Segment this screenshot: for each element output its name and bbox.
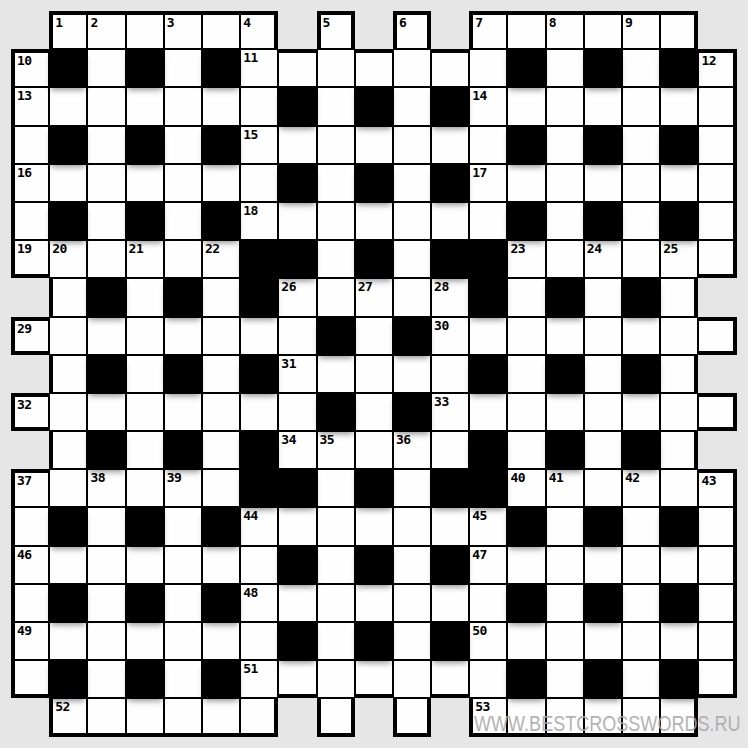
letter-cell[interactable] xyxy=(317,622,355,660)
clue-number: 12 xyxy=(701,54,716,68)
clue-number: 26 xyxy=(281,280,296,294)
letter-cell[interactable] xyxy=(355,126,393,164)
letter-cell[interactable] xyxy=(49,546,87,584)
letter-cell[interactable] xyxy=(660,164,698,202)
letter-cell[interactable] xyxy=(622,164,660,202)
letter-cell[interactable]: 15 xyxy=(240,126,278,164)
letter-cell[interactable]: 39 xyxy=(164,469,202,507)
letter-cell[interactable] xyxy=(546,584,584,622)
block-cell xyxy=(507,660,545,698)
letter-cell[interactable] xyxy=(49,393,87,431)
block-cell xyxy=(660,584,698,622)
letter-cell[interactable] xyxy=(202,87,240,125)
letter-cell[interactable] xyxy=(87,622,125,660)
letter-cell[interactable]: 26 xyxy=(278,278,316,316)
block-cell xyxy=(393,317,431,355)
block-cell xyxy=(584,507,622,545)
letter-cell[interactable] xyxy=(698,546,736,584)
letter-cell[interactable] xyxy=(507,431,545,469)
letter-cell[interactable] xyxy=(164,164,202,202)
letter-cell[interactable] xyxy=(164,87,202,125)
clue-number: 24 xyxy=(587,242,602,256)
letter-cell[interactable] xyxy=(393,584,431,622)
letter-cell[interactable] xyxy=(126,431,164,469)
letter-cell[interactable] xyxy=(622,49,660,87)
letter-cell[interactable] xyxy=(507,278,545,316)
letter-cell[interactable] xyxy=(355,507,393,545)
letter-cell[interactable] xyxy=(393,469,431,507)
letter-cell[interactable] xyxy=(355,317,393,355)
letter-cell[interactable]: 33 xyxy=(431,393,469,431)
block-cell xyxy=(240,469,278,507)
clue-number: 29 xyxy=(17,322,32,336)
letter-cell[interactable] xyxy=(87,546,125,584)
letter-cell[interactable] xyxy=(317,698,355,736)
letter-cell[interactable] xyxy=(240,698,278,736)
void-cell xyxy=(698,431,736,469)
letter-cell[interactable]: 13 xyxy=(11,87,49,125)
letter-cell[interactable] xyxy=(507,87,545,125)
letter-cell[interactable]: 46 xyxy=(11,546,49,584)
letter-cell[interactable] xyxy=(87,507,125,545)
void-cell xyxy=(431,11,469,49)
letter-cell[interactable] xyxy=(126,622,164,660)
letter-cell[interactable]: 14 xyxy=(469,87,507,125)
block-cell xyxy=(164,431,202,469)
letter-cell[interactable] xyxy=(546,317,584,355)
block-cell xyxy=(126,507,164,545)
letter-cell[interactable] xyxy=(11,507,49,545)
letter-cell[interactable] xyxy=(202,317,240,355)
letter-cell[interactable] xyxy=(278,202,316,240)
letter-cell[interactable]: 4 xyxy=(240,11,278,49)
letter-cell[interactable] xyxy=(317,355,355,393)
letter-cell[interactable] xyxy=(507,11,545,49)
letter-cell[interactable] xyxy=(431,49,469,87)
letter-cell[interactable] xyxy=(393,355,431,393)
letter-cell[interactable] xyxy=(622,584,660,622)
letter-cell[interactable] xyxy=(240,87,278,125)
letter-cell[interactable] xyxy=(431,584,469,622)
letter-cell[interactable] xyxy=(317,49,355,87)
letter-cell[interactable]: 38 xyxy=(87,469,125,507)
letter-cell[interactable] xyxy=(584,431,622,469)
crossword-page: { "game": "crossword", "grid": { "rows":… xyxy=(0,0,748,748)
letter-cell[interactable] xyxy=(202,698,240,736)
letter-cell[interactable] xyxy=(240,393,278,431)
letter-cell[interactable]: 45 xyxy=(469,507,507,545)
letter-cell[interactable] xyxy=(660,431,698,469)
letter-cell[interactable] xyxy=(546,393,584,431)
letter-cell[interactable] xyxy=(393,660,431,698)
letter-cell[interactable] xyxy=(431,660,469,698)
letter-cell[interactable]: 34 xyxy=(278,431,316,469)
letter-cell[interactable] xyxy=(87,584,125,622)
letter-cell[interactable] xyxy=(660,317,698,355)
letter-cell[interactable] xyxy=(622,240,660,278)
letter-cell[interactable] xyxy=(87,126,125,164)
letter-cell[interactable] xyxy=(11,202,49,240)
letter-cell[interactable]: 2 xyxy=(87,11,125,49)
letter-cell[interactable] xyxy=(317,164,355,202)
letter-cell[interactable] xyxy=(507,355,545,393)
clue-number: 30 xyxy=(434,319,449,333)
letter-cell[interactable] xyxy=(202,278,240,316)
letter-cell[interactable] xyxy=(622,87,660,125)
letter-cell[interactable]: 11 xyxy=(240,49,278,87)
letter-cell[interactable] xyxy=(393,87,431,125)
letter-cell[interactable] xyxy=(355,355,393,393)
letter-cell[interactable]: 17 xyxy=(469,164,507,202)
letter-cell[interactable] xyxy=(355,49,393,87)
letter-cell[interactable] xyxy=(49,622,87,660)
letter-cell[interactable] xyxy=(698,622,736,660)
block-cell xyxy=(622,355,660,393)
letter-cell[interactable] xyxy=(278,317,316,355)
letter-cell[interactable] xyxy=(202,355,240,393)
clue-number: 52 xyxy=(55,700,70,714)
letter-cell[interactable] xyxy=(660,11,698,49)
letter-cell[interactable]: 52 xyxy=(49,698,87,736)
letter-cell[interactable] xyxy=(507,164,545,202)
letter-cell[interactable] xyxy=(87,202,125,240)
letter-cell[interactable]: 47 xyxy=(469,546,507,584)
letter-cell[interactable] xyxy=(622,660,660,698)
letter-cell[interactable] xyxy=(584,355,622,393)
void-cell xyxy=(698,355,736,393)
block-cell xyxy=(278,469,316,507)
letter-cell[interactable]: 44 xyxy=(240,507,278,545)
letter-cell[interactable] xyxy=(660,393,698,431)
letter-cell[interactable] xyxy=(49,164,87,202)
block-cell xyxy=(584,584,622,622)
letter-cell[interactable]: 1 xyxy=(49,11,87,49)
letter-cell[interactable] xyxy=(317,126,355,164)
block-cell xyxy=(431,546,469,584)
letter-cell[interactable] xyxy=(355,393,393,431)
letter-cell[interactable] xyxy=(469,126,507,164)
block-cell xyxy=(49,49,87,87)
letter-cell[interactable] xyxy=(164,317,202,355)
block-cell xyxy=(49,507,87,545)
letter-cell[interactable] xyxy=(622,202,660,240)
letter-cell[interactable] xyxy=(164,698,202,736)
letter-cell[interactable] xyxy=(202,469,240,507)
letter-cell[interactable] xyxy=(431,126,469,164)
letter-cell[interactable]: 40 xyxy=(507,469,545,507)
letter-cell[interactable] xyxy=(622,393,660,431)
letter-cell[interactable] xyxy=(87,698,125,736)
letter-cell[interactable] xyxy=(278,393,316,431)
letter-cell[interactable]: 10 xyxy=(11,49,49,87)
letter-cell[interactable] xyxy=(660,278,698,316)
letter-cell[interactable] xyxy=(164,584,202,622)
letter-cell[interactable] xyxy=(202,11,240,49)
letter-cell[interactable] xyxy=(660,355,698,393)
letter-cell[interactable] xyxy=(698,202,736,240)
letter-cell[interactable]: 6 xyxy=(393,11,431,49)
letter-cell[interactable] xyxy=(164,49,202,87)
letter-cell[interactable] xyxy=(240,317,278,355)
letter-cell[interactable]: 50 xyxy=(469,622,507,660)
letter-cell[interactable] xyxy=(126,393,164,431)
letter-cell[interactable] xyxy=(507,546,545,584)
letter-cell[interactable] xyxy=(11,584,49,622)
letter-cell[interactable] xyxy=(317,546,355,584)
letter-cell[interactable]: 28 xyxy=(431,278,469,316)
letter-cell[interactable] xyxy=(164,507,202,545)
letter-cell[interactable]: 18 xyxy=(240,202,278,240)
letter-cell[interactable] xyxy=(584,622,622,660)
letter-cell[interactable]: 5 xyxy=(317,11,355,49)
letter-cell[interactable]: 16 xyxy=(11,164,49,202)
letter-cell[interactable]: 23 xyxy=(507,240,545,278)
letter-cell[interactable] xyxy=(49,355,87,393)
letter-cell[interactable] xyxy=(469,317,507,355)
letter-cell[interactable] xyxy=(164,393,202,431)
letter-cell[interactable] xyxy=(393,278,431,316)
letter-cell[interactable] xyxy=(87,49,125,87)
letter-cell[interactable] xyxy=(584,393,622,431)
letter-cell[interactable]: 22 xyxy=(202,240,240,278)
letter-cell[interactable] xyxy=(507,622,545,660)
block-cell xyxy=(546,278,584,316)
letter-cell[interactable] xyxy=(431,507,469,545)
letter-cell[interactable] xyxy=(469,202,507,240)
letter-cell[interactable] xyxy=(546,240,584,278)
letter-cell[interactable] xyxy=(546,660,584,698)
letter-cell[interactable] xyxy=(393,240,431,278)
void-cell xyxy=(431,698,469,736)
letter-cell[interactable]: 27 xyxy=(355,278,393,316)
letter-cell[interactable] xyxy=(202,546,240,584)
clue-number: 25 xyxy=(663,242,678,256)
letter-cell[interactable] xyxy=(317,584,355,622)
letter-cell[interactable] xyxy=(126,278,164,316)
letter-cell[interactable] xyxy=(317,507,355,545)
letter-cell[interactable] xyxy=(317,202,355,240)
letter-cell[interactable] xyxy=(622,546,660,584)
letter-cell[interactable]: 48 xyxy=(240,584,278,622)
letter-cell[interactable] xyxy=(584,317,622,355)
letter-cell[interactable] xyxy=(546,164,584,202)
letter-cell[interactable] xyxy=(622,317,660,355)
letter-cell[interactable] xyxy=(393,126,431,164)
letter-cell[interactable] xyxy=(87,393,125,431)
letter-cell[interactable] xyxy=(164,240,202,278)
letter-cell[interactable]: 12 xyxy=(698,49,736,87)
letter-cell[interactable] xyxy=(698,393,736,431)
letter-cell[interactable] xyxy=(546,87,584,125)
letter-cell[interactable] xyxy=(698,164,736,202)
letter-cell[interactable] xyxy=(126,11,164,49)
block-cell xyxy=(126,202,164,240)
letter-cell[interactable] xyxy=(431,431,469,469)
letter-cell[interactable]: 51 xyxy=(240,660,278,698)
letter-cell[interactable] xyxy=(202,431,240,469)
letter-cell[interactable] xyxy=(507,393,545,431)
letter-cell[interactable] xyxy=(546,546,584,584)
letter-cell[interactable] xyxy=(698,126,736,164)
clue-number: 47 xyxy=(472,548,487,562)
letter-cell[interactable] xyxy=(698,660,736,698)
letter-cell[interactable] xyxy=(584,11,622,49)
letter-cell[interactable] xyxy=(355,660,393,698)
letter-cell[interactable] xyxy=(126,164,164,202)
letter-cell[interactable] xyxy=(240,164,278,202)
letter-cell[interactable] xyxy=(87,317,125,355)
letter-cell[interactable] xyxy=(317,87,355,125)
clue-number: 6 xyxy=(399,16,406,30)
letter-cell[interactable] xyxy=(87,87,125,125)
letter-cell[interactable] xyxy=(87,240,125,278)
letter-cell[interactable] xyxy=(278,49,316,87)
letter-cell[interactable] xyxy=(546,202,584,240)
block-cell xyxy=(584,660,622,698)
letter-cell[interactable] xyxy=(49,469,87,507)
letter-cell[interactable] xyxy=(240,546,278,584)
letter-cell[interactable] xyxy=(698,584,736,622)
block-cell xyxy=(469,240,507,278)
letter-cell[interactable] xyxy=(546,507,584,545)
letter-cell[interactable] xyxy=(278,660,316,698)
letter-cell[interactable]: 21 xyxy=(126,240,164,278)
letter-cell[interactable]: 25 xyxy=(660,240,698,278)
letter-cell[interactable] xyxy=(660,469,698,507)
letter-cell[interactable] xyxy=(431,202,469,240)
letter-cell[interactable] xyxy=(698,507,736,545)
letter-cell[interactable] xyxy=(507,317,545,355)
letter-cell[interactable] xyxy=(87,164,125,202)
letter-cell[interactable] xyxy=(431,355,469,393)
letter-cell[interactable]: 43 xyxy=(698,469,736,507)
letter-cell[interactable] xyxy=(240,622,278,660)
void-cell xyxy=(278,698,316,736)
letter-cell[interactable] xyxy=(622,126,660,164)
letter-cell[interactable] xyxy=(698,87,736,125)
letter-cell[interactable]: 19 xyxy=(11,240,49,278)
letter-cell[interactable]: 7 xyxy=(469,11,507,49)
letter-cell[interactable] xyxy=(126,698,164,736)
clue-number: 39 xyxy=(167,471,182,485)
letter-cell[interactable] xyxy=(202,393,240,431)
letter-cell[interactable]: 20 xyxy=(49,240,87,278)
letter-cell[interactable] xyxy=(317,660,355,698)
letter-cell[interactable] xyxy=(393,507,431,545)
letter-cell[interactable]: 35 xyxy=(317,431,355,469)
letter-cell[interactable] xyxy=(698,317,736,355)
letter-cell[interactable] xyxy=(126,87,164,125)
letter-cell[interactable] xyxy=(202,164,240,202)
block-cell xyxy=(164,278,202,316)
letter-cell[interactable] xyxy=(393,622,431,660)
letter-cell[interactable] xyxy=(584,87,622,125)
letter-cell[interactable] xyxy=(317,240,355,278)
letter-cell[interactable] xyxy=(393,698,431,736)
letter-cell[interactable] xyxy=(584,546,622,584)
letter-cell[interactable] xyxy=(87,660,125,698)
letter-cell[interactable] xyxy=(469,393,507,431)
letter-cell[interactable] xyxy=(49,278,87,316)
watermark: WWW.BESTCROSSWORDS.RU xyxy=(474,711,741,737)
letter-cell[interactable] xyxy=(164,622,202,660)
letter-cell[interactable] xyxy=(546,49,584,87)
letter-cell[interactable] xyxy=(698,240,736,278)
letter-cell[interactable] xyxy=(393,49,431,87)
letter-cell[interactable] xyxy=(660,87,698,125)
letter-cell[interactable] xyxy=(469,49,507,87)
letter-cell[interactable]: 30 xyxy=(431,317,469,355)
letter-cell[interactable] xyxy=(317,469,355,507)
letter-cell[interactable] xyxy=(584,164,622,202)
letter-cell[interactable]: 8 xyxy=(546,11,584,49)
letter-cell[interactable] xyxy=(126,317,164,355)
letter-cell[interactable] xyxy=(278,507,316,545)
letter-cell[interactable] xyxy=(11,126,49,164)
block-cell xyxy=(660,49,698,87)
letter-cell[interactable] xyxy=(622,622,660,660)
letter-cell[interactable] xyxy=(49,87,87,125)
letter-cell[interactable] xyxy=(126,469,164,507)
letter-cell[interactable] xyxy=(584,278,622,316)
letter-cell[interactable] xyxy=(164,660,202,698)
letter-cell[interactable]: 29 xyxy=(11,317,49,355)
letter-cell[interactable] xyxy=(622,507,660,545)
letter-cell[interactable] xyxy=(393,202,431,240)
letter-cell[interactable] xyxy=(355,584,393,622)
letter-cell[interactable]: 31 xyxy=(278,355,316,393)
letter-cell[interactable] xyxy=(469,660,507,698)
letter-cell[interactable] xyxy=(584,469,622,507)
letter-cell[interactable] xyxy=(660,622,698,660)
letter-cell[interactable] xyxy=(355,431,393,469)
letter-cell[interactable]: 3 xyxy=(164,11,202,49)
letter-cell[interactable] xyxy=(164,202,202,240)
block-cell xyxy=(584,126,622,164)
letter-cell[interactable] xyxy=(546,126,584,164)
letter-cell[interactable] xyxy=(11,660,49,698)
letter-cell[interactable]: 36 xyxy=(393,431,431,469)
block-cell xyxy=(507,49,545,87)
letter-cell[interactable] xyxy=(546,622,584,660)
letter-cell[interactable]: 32 xyxy=(11,393,49,431)
letter-cell[interactable] xyxy=(49,317,87,355)
clue-number: 16 xyxy=(17,166,32,180)
letter-cell[interactable] xyxy=(278,126,316,164)
letter-cell[interactable] xyxy=(49,431,87,469)
letter-cell[interactable] xyxy=(164,126,202,164)
letter-cell[interactable]: 49 xyxy=(11,622,49,660)
letter-cell[interactable] xyxy=(660,546,698,584)
letter-cell[interactable] xyxy=(126,546,164,584)
letter-cell[interactable] xyxy=(202,622,240,660)
letter-cell[interactable]: 37 xyxy=(11,469,49,507)
letter-cell[interactable] xyxy=(317,278,355,316)
letter-cell[interactable]: 24 xyxy=(584,240,622,278)
letter-cell[interactable] xyxy=(469,584,507,622)
letter-cell[interactable]: 41 xyxy=(546,469,584,507)
letter-cell[interactable] xyxy=(393,164,431,202)
letter-cell[interactable] xyxy=(126,355,164,393)
letter-cell[interactable] xyxy=(164,546,202,584)
letter-cell[interactable] xyxy=(278,584,316,622)
letter-cell[interactable] xyxy=(355,202,393,240)
letter-cell[interactable]: 9 xyxy=(622,11,660,49)
block-cell xyxy=(87,278,125,316)
letter-cell[interactable]: 42 xyxy=(622,469,660,507)
block-cell xyxy=(469,469,507,507)
letter-cell[interactable] xyxy=(393,546,431,584)
